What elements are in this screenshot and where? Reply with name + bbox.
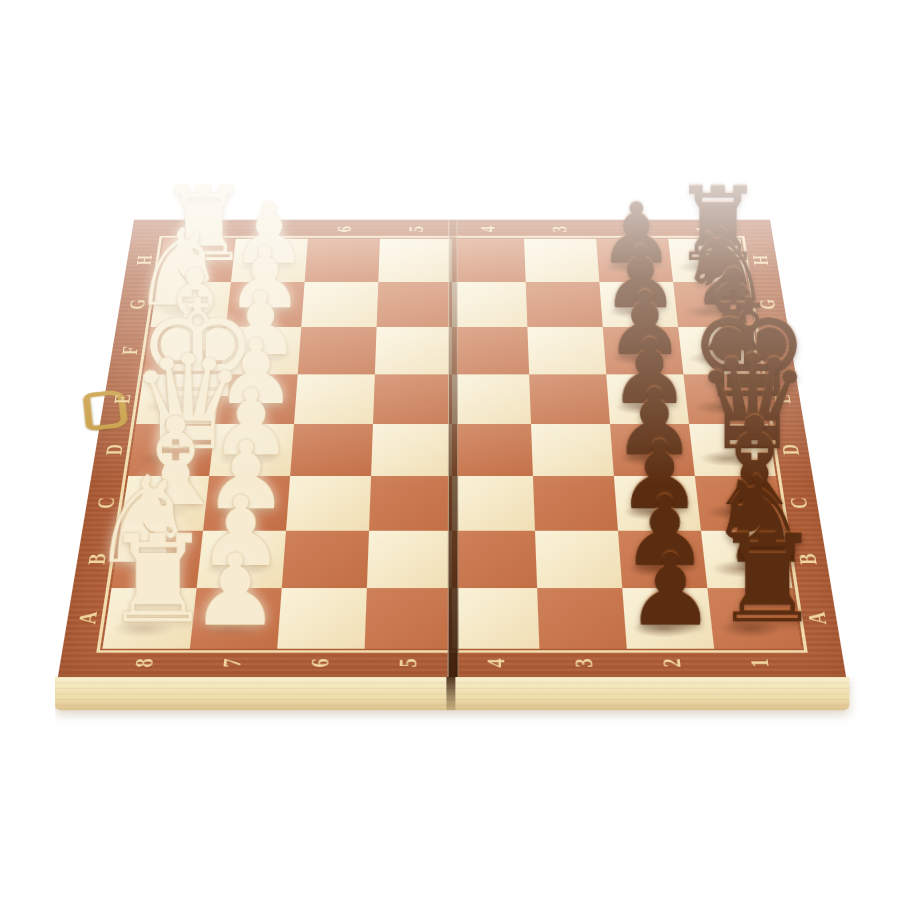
file-label-left-G: G <box>98 294 176 315</box>
square-e7 <box>215 374 298 424</box>
piece-shadow <box>704 504 767 521</box>
square-g3 <box>526 282 603 327</box>
square-e2 <box>606 374 689 424</box>
rank-label-top-4: 4 <box>471 208 504 250</box>
chess-board: 8765432187654321HGFEDCBAHGFEDCBA ♜♟♟♜♞♟♟… <box>58 220 846 678</box>
piece-shadow <box>622 504 684 521</box>
square-e3 <box>529 374 610 424</box>
file-label-right-G: G <box>728 294 806 315</box>
board-scene: 8765432187654321HGFEDCBAHGFEDCBA ♜♟♟♜♞♟♟… <box>100 72 804 776</box>
file-label-right-E: E <box>741 388 823 411</box>
square-f2 <box>603 327 684 374</box>
square-g2 <box>599 282 678 327</box>
square-g4 <box>452 282 527 327</box>
rank-label-top-3: 3 <box>542 208 577 250</box>
rank-label-top-7: 7 <box>254 208 291 250</box>
square-f7 <box>221 327 302 374</box>
square-g6 <box>301 282 378 327</box>
square-f5 <box>375 327 452 374</box>
case-hinge-notch-icon <box>446 677 455 711</box>
piece-shadow <box>711 560 775 578</box>
piece-shadow <box>627 560 691 578</box>
square-f4 <box>452 327 529 374</box>
square-e6 <box>294 374 375 424</box>
square-e5 <box>373 374 452 424</box>
piece-shadow <box>698 451 759 467</box>
rank-label-top-1: 1 <box>684 208 722 250</box>
rank-label-top-8: 8 <box>182 208 220 250</box>
file-label-left-F: F <box>90 340 170 362</box>
square-e4 <box>452 374 531 424</box>
square-g7 <box>226 282 305 327</box>
square-g5 <box>377 282 452 327</box>
rank-label-top-2: 2 <box>613 208 650 250</box>
file-label-right-H: H <box>722 250 798 270</box>
piece-shadow <box>618 451 678 467</box>
file-label-left-H: H <box>106 250 182 270</box>
rank-label-top-5: 5 <box>399 208 432 250</box>
file-label-left-E: E <box>81 388 163 411</box>
file-label-right-F: F <box>735 340 815 362</box>
piece-shadow <box>631 619 696 638</box>
square-f3 <box>527 327 606 374</box>
square-f6 <box>298 327 377 374</box>
case-front-edge <box>55 677 850 711</box>
rank-label-top-6: 6 <box>327 208 362 250</box>
